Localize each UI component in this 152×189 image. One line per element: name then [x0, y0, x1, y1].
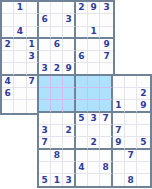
cell-top-r7c1[interactable]: 4 [2, 76, 14, 88]
cell-bottom-r9c7[interactable] [113, 174, 125, 186]
cell-top-r2c7[interactable] [76, 14, 88, 26]
cell-bottom-r3c4[interactable] [76, 100, 88, 112]
cell-bottom-r7c2[interactable]: 8 [51, 150, 63, 162]
cell-bottom-r7c7[interactable] [113, 150, 125, 162]
cell-top-r1c9[interactable]: 3 [100, 2, 112, 14]
cell-top-r3c1[interactable] [2, 27, 14, 39]
cell-bottom-r8c4[interactable]: 4 [76, 162, 88, 174]
cell-top-r1c4[interactable] [39, 2, 51, 14]
cell-top-r5c8[interactable] [88, 51, 100, 63]
cell-bottom-r8c5[interactable] [88, 162, 100, 174]
cell-top-r3c7[interactable] [76, 27, 88, 39]
cell-bottom-r8c8[interactable] [125, 162, 137, 174]
cell-top-r9c1[interactable] [2, 100, 14, 112]
cell-bottom-r5c2[interactable] [51, 125, 63, 137]
cell-bottom-r2c6[interactable] [100, 88, 112, 100]
cell-bottom-r1c2[interactable] [51, 76, 63, 88]
cell-top-r1c2[interactable]: 1 [14, 2, 26, 14]
cell-top-r3c2[interactable]: 4 [14, 27, 26, 39]
cell-bottom-r9c3[interactable]: 3 [63, 174, 75, 186]
cell-bottom-r1c4[interactable] [76, 76, 88, 88]
cell-top-r3c9[interactable] [100, 27, 112, 39]
cell-bottom-r1c1[interactable] [39, 76, 51, 88]
cell-top-r2c3[interactable] [27, 14, 39, 26]
cell-bottom-r8c6[interactable]: 8 [100, 162, 112, 174]
cell-top-r5c1[interactable] [2, 51, 14, 63]
cell-bottom-r4c3[interactable] [63, 113, 75, 125]
cell-bottom-r5c1[interactable]: 3 [39, 125, 51, 137]
cell-bottom-r6c6[interactable] [100, 137, 112, 149]
cell-bottom-r6c2[interactable] [51, 137, 63, 149]
cell-bottom-r7c8[interactable]: 7 [125, 150, 137, 162]
cell-top-r8c1[interactable]: 6 [2, 88, 14, 100]
cell-bottom-r8c1[interactable] [39, 162, 51, 174]
cell-bottom-r5c5[interactable] [88, 125, 100, 137]
cell-bottom-r3c3[interactable] [63, 100, 75, 112]
cell-bottom-r3c1[interactable] [39, 100, 51, 112]
cell-top-r6c1[interactable] [2, 63, 14, 75]
cell-bottom-r3c2[interactable] [51, 100, 63, 112]
cell-bottom-r4c1[interactable] [39, 113, 51, 125]
cell-top-r3c3[interactable] [27, 27, 39, 39]
cell-bottom-r6c9[interactable]: 5 [137, 137, 149, 149]
cell-bottom-r9c2[interactable]: 1 [51, 174, 63, 186]
cell-top-r1c8[interactable]: 9 [88, 2, 100, 14]
cell-bottom-r2c3[interactable] [63, 88, 75, 100]
cell-bottom-r1c9[interactable] [137, 76, 149, 88]
cell-top-r4c9[interactable]: 9 [100, 39, 112, 51]
cell-top-r5c2[interactable] [14, 51, 26, 63]
cell-top-r2c9[interactable] [100, 14, 112, 26]
cell-bottom-r4c8[interactable] [125, 113, 137, 125]
cell-bottom-r7c1[interactable] [39, 150, 51, 162]
cell-top-r2c6[interactable]: 3 [63, 14, 75, 26]
cell-bottom-r8c2[interactable] [51, 162, 63, 174]
cell-bottom-r4c5[interactable]: 3 [88, 113, 100, 125]
cell-bottom-r9c4[interactable] [76, 174, 88, 186]
cell-bottom-r6c3[interactable] [63, 137, 75, 149]
cell-bottom-r2c9[interactable]: 2 [137, 88, 149, 100]
cell-bottom-r2c5[interactable] [88, 88, 100, 100]
cell-bottom-r7c3[interactable] [63, 150, 75, 162]
cell-top-r4c7[interactable] [76, 39, 88, 51]
cell-bottom-r3c9[interactable]: 9 [137, 100, 149, 112]
cell-top-r2c5[interactable] [51, 14, 63, 26]
cell-bottom-r3c5[interactable] [88, 100, 100, 112]
cell-bottom-r1c8[interactable] [125, 76, 137, 88]
cell-top-r7c2[interactable] [14, 76, 26, 88]
cell-top-r5c7[interactable]: 6 [76, 51, 88, 63]
cell-bottom-r9c8[interactable]: 8 [125, 174, 137, 186]
cell-bottom-r1c7[interactable] [113, 76, 125, 88]
cell-bottom-r3c7[interactable]: 1 [113, 100, 125, 112]
cell-bottom-r1c3[interactable] [63, 76, 75, 88]
cell-bottom-r4c9[interactable] [137, 113, 149, 125]
cell-top-r4c2[interactable] [14, 39, 26, 51]
cell-bottom-r9c6[interactable] [100, 174, 112, 186]
cell-top-r2c2[interactable] [14, 14, 26, 26]
cell-bottom-r5c7[interactable]: 7 [113, 125, 125, 137]
cell-bottom-r7c9[interactable] [137, 150, 149, 162]
cell-bottom-r2c1[interactable] [39, 88, 51, 100]
cell-top-r9c2[interactable] [14, 100, 26, 112]
cell-bottom-r6c1[interactable]: 7 [39, 137, 51, 149]
cell-bottom-r5c4[interactable] [76, 125, 88, 137]
cell-bottom-r7c6[interactable] [100, 150, 112, 162]
cell-top-r4c8[interactable] [88, 39, 100, 51]
cell-top-r4c4[interactable] [39, 39, 51, 51]
cell-top-r2c8[interactable] [88, 14, 100, 26]
cell-bottom-r6c4[interactable] [76, 137, 88, 149]
cell-top-r1c5[interactable] [51, 2, 63, 14]
cell-bottom-r8c9[interactable] [137, 162, 149, 174]
twodoku-board: 129363412169367329476 219537327729587485… [0, 0, 152, 189]
cell-top-r4c1[interactable]: 2 [2, 39, 14, 51]
cell-bottom-r3c8[interactable] [125, 100, 137, 112]
cell-bottom-r4c2[interactable] [51, 113, 63, 125]
cell-bottom-r9c9[interactable] [137, 174, 149, 186]
cell-top-r5c3[interactable]: 3 [27, 51, 39, 63]
cell-bottom-r1c5[interactable] [88, 76, 100, 88]
cell-bottom-r4c7[interactable] [113, 113, 125, 125]
cell-top-r5c4[interactable] [39, 51, 51, 63]
cell-bottom-r8c7[interactable] [113, 162, 125, 174]
cell-bottom-r5c6[interactable] [100, 125, 112, 137]
cell-top-r4c3[interactable]: 1 [27, 39, 39, 51]
cell-top-r5c6[interactable] [63, 51, 75, 63]
cell-bottom-r2c4[interactable] [76, 88, 88, 100]
sudoku-grid-bottom: 219537327729587485138 [37, 74, 152, 189]
cell-top-r3c4[interactable] [39, 27, 51, 39]
cell-bottom-r2c8[interactable] [125, 88, 137, 100]
cell-top-r2c4[interactable]: 6 [39, 14, 51, 26]
cell-bottom-r2c7[interactable] [113, 88, 125, 100]
cell-top-r5c9[interactable]: 7 [100, 51, 112, 63]
cell-bottom-r5c3[interactable]: 2 [63, 125, 75, 137]
cell-top-r4c6[interactable] [63, 39, 75, 51]
cell-bottom-r3c6[interactable] [100, 100, 112, 112]
cell-top-r1c3[interactable] [27, 2, 39, 14]
cell-top-r6c2[interactable] [14, 63, 26, 75]
cell-bottom-r7c4[interactable] [76, 150, 88, 162]
cell-top-r4c5[interactable]: 6 [51, 39, 63, 51]
cell-bottom-r9c5[interactable] [88, 174, 100, 186]
cell-bottom-r6c5[interactable]: 2 [88, 137, 100, 149]
cell-top-r1c1[interactable] [2, 2, 14, 14]
cell-bottom-r4c6[interactable]: 7 [100, 113, 112, 125]
cell-bottom-r1c6[interactable] [100, 76, 112, 88]
cell-top-r2c1[interactable] [2, 14, 14, 26]
cell-bottom-r2c2[interactable] [51, 88, 63, 100]
cell-bottom-r5c8[interactable] [125, 125, 137, 137]
cell-bottom-r6c8[interactable] [125, 137, 137, 149]
cell-bottom-r6c7[interactable]: 9 [113, 137, 125, 149]
cell-bottom-r4c4[interactable]: 5 [76, 113, 88, 125]
cell-bottom-r7c5[interactable] [88, 150, 100, 162]
cell-bottom-r9c1[interactable]: 5 [39, 174, 51, 186]
cell-bottom-r5c9[interactable] [137, 125, 149, 137]
cell-top-r8c2[interactable] [14, 88, 26, 100]
cell-top-r1c6[interactable] [63, 2, 75, 14]
cell-top-r3c6[interactable] [63, 27, 75, 39]
cell-top-r1c7[interactable]: 2 [76, 2, 88, 14]
cell-top-r5c5[interactable] [51, 51, 63, 63]
cell-top-r3c5[interactable] [51, 27, 63, 39]
cell-top-r3c8[interactable]: 1 [88, 27, 100, 39]
cell-bottom-r8c3[interactable] [63, 162, 75, 174]
